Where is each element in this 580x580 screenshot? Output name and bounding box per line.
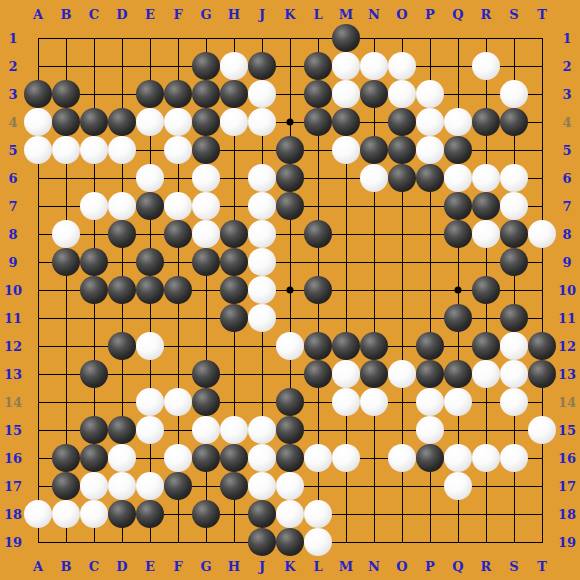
- black-stone-G14: [192, 388, 220, 416]
- white-stone-S12: [500, 332, 528, 360]
- row-label-right-17: 17: [558, 479, 576, 494]
- black-stone-H8: [220, 220, 248, 248]
- white-stone-B5: [52, 136, 80, 164]
- white-stone-R2: [472, 52, 500, 80]
- row-label-right-12: 12: [558, 339, 576, 354]
- white-stone-J3: [248, 80, 276, 108]
- col-label-bottom-K: K: [284, 559, 295, 574]
- white-stone-M13: [332, 360, 360, 388]
- col-label-top-E: E: [145, 7, 155, 22]
- col-label-top-M: M: [339, 7, 353, 22]
- col-label-bottom-N: N: [368, 559, 380, 574]
- white-stone-L19: [304, 528, 332, 556]
- black-stone-B9: [52, 248, 80, 276]
- white-stone-J9: [248, 248, 276, 276]
- black-stone-D4: [108, 108, 136, 136]
- go-board[interactable]: AABBCCDDEEFFGGHHJJKKLLMMNNOOPPQQRRSSTT11…: [0, 0, 580, 580]
- black-stone-O4: [388, 108, 416, 136]
- white-stone-J4: [248, 108, 276, 136]
- white-stone-L18: [304, 500, 332, 528]
- col-label-bottom-M: M: [339, 559, 353, 574]
- black-stone-G9: [192, 248, 220, 276]
- col-label-bottom-J: J: [259, 559, 265, 574]
- white-stone-S16: [500, 444, 528, 472]
- white-stone-J17: [248, 472, 276, 500]
- row-label-left-9: 9: [8, 255, 17, 270]
- black-stone-J2: [248, 52, 276, 80]
- white-stone-E17: [136, 472, 164, 500]
- white-stone-R13: [472, 360, 500, 388]
- white-stone-N2: [360, 52, 388, 80]
- row-label-right-14: 14: [558, 395, 576, 410]
- white-stone-P14: [416, 388, 444, 416]
- row-label-left-2: 2: [8, 59, 17, 74]
- grid-vline: [374, 38, 375, 543]
- white-stone-R16: [472, 444, 500, 472]
- row-label-right-3: 3: [562, 87, 571, 102]
- black-stone-H3: [220, 80, 248, 108]
- row-label-left-17: 17: [4, 479, 22, 494]
- black-stone-G13: [192, 360, 220, 388]
- black-stone-L4: [304, 108, 332, 136]
- star-point-K4: [287, 119, 294, 126]
- black-stone-N5: [360, 136, 388, 164]
- white-stone-E6: [136, 164, 164, 192]
- black-stone-K15: [276, 416, 304, 444]
- row-label-left-16: 16: [4, 451, 22, 466]
- black-stone-H11: [220, 304, 248, 332]
- white-stone-J6: [248, 164, 276, 192]
- white-stone-K17: [276, 472, 304, 500]
- black-stone-S9: [500, 248, 528, 276]
- white-stone-R8: [472, 220, 500, 248]
- row-label-right-10: 10: [558, 283, 576, 298]
- white-stone-J15: [248, 416, 276, 444]
- black-stone-T12: [528, 332, 556, 360]
- white-stone-B18: [52, 500, 80, 528]
- row-label-left-6: 6: [8, 171, 17, 186]
- white-stone-F7: [164, 192, 192, 220]
- black-stone-L2: [304, 52, 332, 80]
- black-stone-K5: [276, 136, 304, 164]
- row-label-left-7: 7: [8, 199, 17, 214]
- star-point-K10: [287, 287, 294, 294]
- row-label-left-15: 15: [4, 423, 22, 438]
- black-stone-O6: [388, 164, 416, 192]
- white-stone-J16: [248, 444, 276, 472]
- black-stone-T13: [528, 360, 556, 388]
- black-stone-E18: [136, 500, 164, 528]
- row-label-right-2: 2: [562, 59, 571, 74]
- row-label-left-8: 8: [8, 227, 17, 242]
- white-stone-B8: [52, 220, 80, 248]
- black-stone-B17: [52, 472, 80, 500]
- col-label-top-L: L: [313, 7, 322, 22]
- row-label-left-13: 13: [4, 367, 22, 382]
- white-stone-S6: [500, 164, 528, 192]
- white-stone-F4: [164, 108, 192, 136]
- white-stone-M16: [332, 444, 360, 472]
- black-stone-H16: [220, 444, 248, 472]
- row-label-right-19: 19: [558, 535, 576, 550]
- white-stone-K12: [276, 332, 304, 360]
- col-label-top-D: D: [116, 7, 127, 22]
- col-label-top-R: R: [481, 7, 492, 22]
- black-stone-C16: [80, 444, 108, 472]
- black-stone-C13: [80, 360, 108, 388]
- row-label-left-18: 18: [4, 507, 22, 522]
- row-label-left-10: 10: [4, 283, 22, 298]
- black-stone-B4: [52, 108, 80, 136]
- white-stone-Q14: [444, 388, 472, 416]
- white-stone-J10: [248, 276, 276, 304]
- black-stone-A3: [24, 80, 52, 108]
- black-stone-B3: [52, 80, 80, 108]
- white-stone-J11: [248, 304, 276, 332]
- black-stone-P16: [416, 444, 444, 472]
- col-label-top-J: J: [259, 7, 265, 22]
- black-stone-E7: [136, 192, 164, 220]
- black-stone-L13: [304, 360, 332, 388]
- black-stone-D18: [108, 500, 136, 528]
- white-stone-S14: [500, 388, 528, 416]
- black-stone-M4: [332, 108, 360, 136]
- black-stone-F3: [164, 80, 192, 108]
- black-stone-M12: [332, 332, 360, 360]
- col-label-bottom-L: L: [313, 559, 322, 574]
- col-label-top-S: S: [509, 7, 518, 22]
- black-stone-B16: [52, 444, 80, 472]
- black-stone-G5: [192, 136, 220, 164]
- col-label-bottom-A: A: [33, 559, 43, 574]
- white-stone-A4: [24, 108, 52, 136]
- white-stone-Q4: [444, 108, 472, 136]
- white-stone-F5: [164, 136, 192, 164]
- black-stone-N3: [360, 80, 388, 108]
- col-label-top-P: P: [425, 7, 435, 22]
- black-stone-H9: [220, 248, 248, 276]
- col-label-bottom-E: E: [145, 559, 155, 574]
- white-stone-G8: [192, 220, 220, 248]
- white-stone-G7: [192, 192, 220, 220]
- white-stone-T8: [528, 220, 556, 248]
- white-stone-D16: [108, 444, 136, 472]
- col-label-bottom-Q: Q: [452, 559, 463, 574]
- star-point-Q10: [455, 287, 462, 294]
- col-label-top-H: H: [228, 7, 240, 22]
- white-stone-P5: [416, 136, 444, 164]
- col-label-bottom-S: S: [509, 559, 518, 574]
- white-stone-E4: [136, 108, 164, 136]
- black-stone-L10: [304, 276, 332, 304]
- row-label-right-9: 9: [562, 255, 571, 270]
- white-stone-P4: [416, 108, 444, 136]
- col-label-bottom-H: H: [228, 559, 240, 574]
- black-stone-L12: [304, 332, 332, 360]
- black-stone-C9: [80, 248, 108, 276]
- row-label-right-8: 8: [562, 227, 571, 242]
- col-label-bottom-B: B: [61, 559, 72, 574]
- black-stone-C10: [80, 276, 108, 304]
- black-stone-F17: [164, 472, 192, 500]
- grid-vline: [542, 38, 543, 543]
- black-stone-E3: [136, 80, 164, 108]
- black-stone-D12: [108, 332, 136, 360]
- white-stone-M3: [332, 80, 360, 108]
- black-stone-F8: [164, 220, 192, 248]
- white-stone-C17: [80, 472, 108, 500]
- row-label-left-4: 4: [8, 115, 17, 130]
- black-stone-S8: [500, 220, 528, 248]
- white-stone-N6: [360, 164, 388, 192]
- col-label-bottom-P: P: [425, 559, 435, 574]
- white-stone-T15: [528, 416, 556, 444]
- black-stone-G3: [192, 80, 220, 108]
- black-stone-R7: [472, 192, 500, 220]
- black-stone-R12: [472, 332, 500, 360]
- row-label-left-12: 12: [4, 339, 22, 354]
- black-stone-Q8: [444, 220, 472, 248]
- white-stone-G6: [192, 164, 220, 192]
- col-label-bottom-O: O: [396, 559, 407, 574]
- white-stone-D7: [108, 192, 136, 220]
- white-stone-G15: [192, 416, 220, 444]
- black-stone-O5: [388, 136, 416, 164]
- white-stone-C5: [80, 136, 108, 164]
- black-stone-D8: [108, 220, 136, 248]
- row-label-right-15: 15: [558, 423, 576, 438]
- row-label-right-7: 7: [562, 199, 571, 214]
- white-stone-S13: [500, 360, 528, 388]
- col-label-top-O: O: [396, 7, 407, 22]
- black-stone-J18: [248, 500, 276, 528]
- white-stone-H2: [220, 52, 248, 80]
- black-stone-M1: [332, 24, 360, 52]
- black-stone-H17: [220, 472, 248, 500]
- col-label-top-C: C: [89, 7, 99, 22]
- white-stone-F14: [164, 388, 192, 416]
- white-stone-O16: [388, 444, 416, 472]
- black-stone-K7: [276, 192, 304, 220]
- row-label-right-4: 4: [562, 115, 571, 130]
- row-label-right-16: 16: [558, 451, 576, 466]
- black-stone-G4: [192, 108, 220, 136]
- white-stone-L16: [304, 444, 332, 472]
- white-stone-D5: [108, 136, 136, 164]
- black-stone-L8: [304, 220, 332, 248]
- row-label-left-11: 11: [4, 311, 22, 326]
- col-label-top-B: B: [61, 7, 72, 22]
- white-stone-E15: [136, 416, 164, 444]
- col-label-bottom-C: C: [89, 559, 99, 574]
- col-label-bottom-G: G: [200, 559, 211, 574]
- black-stone-R4: [472, 108, 500, 136]
- row-label-right-11: 11: [558, 311, 576, 326]
- white-stone-S7: [500, 192, 528, 220]
- col-label-top-N: N: [368, 7, 380, 22]
- black-stone-G18: [192, 500, 220, 528]
- black-stone-Q13: [444, 360, 472, 388]
- col-label-top-F: F: [173, 7, 182, 22]
- white-stone-M5: [332, 136, 360, 164]
- black-stone-H10: [220, 276, 248, 304]
- black-stone-K14: [276, 388, 304, 416]
- row-label-right-5: 5: [562, 143, 571, 158]
- black-stone-P6: [416, 164, 444, 192]
- black-stone-F10: [164, 276, 192, 304]
- white-stone-N14: [360, 388, 388, 416]
- black-stone-Q5: [444, 136, 472, 164]
- row-label-left-5: 5: [8, 143, 17, 158]
- white-stone-E14: [136, 388, 164, 416]
- white-stone-J8: [248, 220, 276, 248]
- black-stone-G2: [192, 52, 220, 80]
- black-stone-L3: [304, 80, 332, 108]
- black-stone-J19: [248, 528, 276, 556]
- white-stone-O2: [388, 52, 416, 80]
- col-label-top-Q: Q: [452, 7, 463, 22]
- col-label-top-A: A: [33, 7, 43, 22]
- black-stone-K19: [276, 528, 304, 556]
- white-stone-A18: [24, 500, 52, 528]
- white-stone-C18: [80, 500, 108, 528]
- black-stone-E10: [136, 276, 164, 304]
- black-stone-Q11: [444, 304, 472, 332]
- row-label-right-18: 18: [558, 507, 576, 522]
- col-label-top-T: T: [537, 7, 547, 22]
- black-stone-N13: [360, 360, 388, 388]
- row-label-right-1: 1: [562, 31, 571, 46]
- white-stone-A5: [24, 136, 52, 164]
- black-stone-D10: [108, 276, 136, 304]
- col-label-top-K: K: [284, 7, 295, 22]
- white-stone-H15: [220, 416, 248, 444]
- row-label-right-6: 6: [562, 171, 571, 186]
- white-stone-Q17: [444, 472, 472, 500]
- black-stone-K6: [276, 164, 304, 192]
- black-stone-N12: [360, 332, 388, 360]
- col-label-bottom-F: F: [173, 559, 182, 574]
- white-stone-S3: [500, 80, 528, 108]
- black-stone-Q7: [444, 192, 472, 220]
- white-stone-F16: [164, 444, 192, 472]
- row-label-left-19: 19: [4, 535, 22, 550]
- black-stone-S4: [500, 108, 528, 136]
- white-stone-D17: [108, 472, 136, 500]
- row-label-left-1: 1: [8, 31, 17, 46]
- col-label-bottom-T: T: [537, 559, 547, 574]
- white-stone-O3: [388, 80, 416, 108]
- black-stone-E9: [136, 248, 164, 276]
- row-label-left-14: 14: [4, 395, 22, 410]
- white-stone-Q6: [444, 164, 472, 192]
- white-stone-J7: [248, 192, 276, 220]
- white-stone-P15: [416, 416, 444, 444]
- black-stone-D15: [108, 416, 136, 444]
- col-label-bottom-R: R: [481, 559, 492, 574]
- white-stone-M14: [332, 388, 360, 416]
- black-stone-C4: [80, 108, 108, 136]
- black-stone-R10: [472, 276, 500, 304]
- white-stone-H4: [220, 108, 248, 136]
- white-stone-R6: [472, 164, 500, 192]
- row-label-right-13: 13: [558, 367, 576, 382]
- black-stone-S11: [500, 304, 528, 332]
- row-label-left-3: 3: [8, 87, 17, 102]
- black-stone-P12: [416, 332, 444, 360]
- black-stone-K16: [276, 444, 304, 472]
- white-stone-M2: [332, 52, 360, 80]
- black-stone-C15: [80, 416, 108, 444]
- black-stone-P13: [416, 360, 444, 388]
- white-stone-E12: [136, 332, 164, 360]
- white-stone-C7: [80, 192, 108, 220]
- col-label-bottom-D: D: [116, 559, 127, 574]
- black-stone-G16: [192, 444, 220, 472]
- white-stone-K18: [276, 500, 304, 528]
- white-stone-O13: [388, 360, 416, 388]
- col-label-top-G: G: [200, 7, 211, 22]
- white-stone-P3: [416, 80, 444, 108]
- white-stone-Q16: [444, 444, 472, 472]
